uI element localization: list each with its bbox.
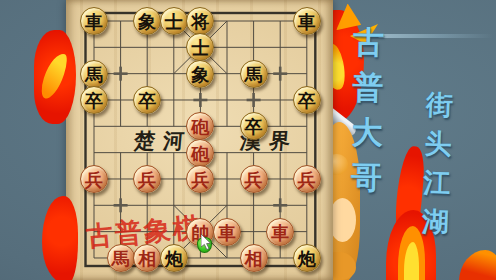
piece-red-horse[interactable]: 馬 (107, 244, 135, 272)
xiangqi-game-screen: 古普大哥 街头江湖 楚河 漢界 古普象棋 車象士将車士馬象馬卒卒卒砲卒砲兵兵兵兵… (0, 0, 496, 280)
piece-black-chariot[interactable]: 車 (80, 7, 108, 35)
piece-black-cannon[interactable]: 炮 (160, 244, 188, 272)
piece-black-chariot[interactable]: 車 (293, 7, 321, 35)
piece-black-elephant[interactable]: 象 (133, 7, 161, 35)
banner-right-secondary: 街头江湖 (421, 85, 456, 242)
piece-black-soldier[interactable]: 卒 (80, 86, 108, 114)
piece-black-soldier[interactable]: 卒 (240, 112, 268, 140)
piece-black-horse[interactable]: 馬 (240, 60, 268, 88)
piece-red-soldier[interactable]: 兵 (133, 165, 161, 193)
piece-black-soldier[interactable]: 卒 (293, 86, 321, 114)
piece-black-advisor[interactable]: 士 (160, 7, 188, 35)
piece-black-soldier[interactable]: 卒 (133, 86, 161, 114)
piece-red-soldier[interactable]: 兵 (80, 165, 108, 193)
piece-red-chariot[interactable]: 車 (213, 218, 241, 246)
mascot-belly (329, 198, 356, 242)
flame-icon-left-bottom (42, 196, 78, 280)
player-cursor-icon (195, 234, 217, 258)
piece-red-soldier[interactable]: 兵 (240, 165, 268, 193)
piece-red-chariot[interactable]: 車 (266, 218, 294, 246)
piece-red-elephant[interactable]: 相 (133, 244, 161, 272)
piece-red-soldier[interactable]: 兵 (293, 165, 321, 193)
piece-black-horse[interactable]: 馬 (80, 60, 108, 88)
piece-red-cannon[interactable]: 砲 (186, 139, 214, 167)
flame-icon-corner (459, 250, 496, 280)
banner-right-primary: 古普大哥 (350, 20, 389, 201)
piece-black-cannon[interactable]: 炮 (293, 244, 321, 272)
piece-red-elephant[interactable]: 相 (240, 244, 268, 272)
xiangqi-board[interactable]: 楚河 漢界 古普象棋 車象士将車士馬象馬卒卒卒砲卒砲兵兵兵兵兵帥車車馬相炮相炮 (66, 0, 333, 280)
piece-black-elephant[interactable]: 象 (186, 60, 214, 88)
light-streak (378, 34, 493, 38)
flame-icon-right-core (404, 242, 419, 280)
